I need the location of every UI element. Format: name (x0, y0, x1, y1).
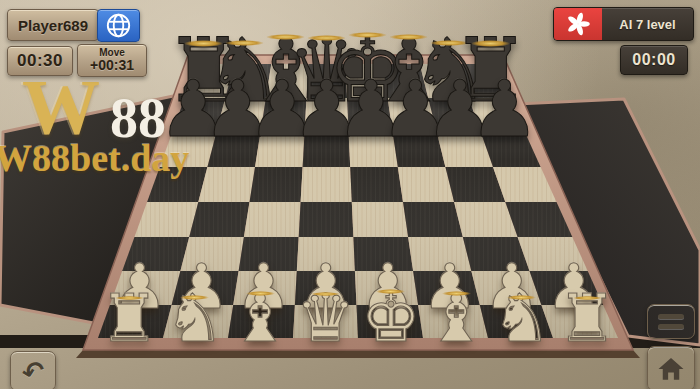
piece-white-knight[interactable]: ♞ (162, 286, 228, 352)
menu-button[interactable] (647, 304, 695, 339)
ai-player-plaque: AI 7 level (553, 7, 694, 41)
player-name-plaque: Player689 (7, 9, 99, 41)
undo-arrow-icon: ↶ (19, 353, 48, 388)
piece-white-rook[interactable]: ♜ (554, 286, 620, 352)
menu-icon (658, 324, 684, 329)
home-button[interactable] (647, 346, 695, 389)
piece-white-bishop[interactable]: ♝ (227, 286, 293, 352)
piece-white-bishop[interactable]: ♝ (423, 286, 489, 352)
white-clock-value: 00:30 (17, 51, 63, 71)
black-clock-value: 00:00 (632, 51, 675, 69)
player-name: Player689 (18, 17, 88, 34)
hong-kong-flag (554, 8, 602, 40)
move-bonus-plaque: Move +00:31 (77, 44, 147, 77)
home-icon (656, 354, 686, 384)
piece-black-pawn[interactable]: ♟ (465, 70, 543, 148)
piece-white-knight[interactable]: ♞ (489, 286, 555, 352)
piece-white-king[interactable]: ♚ (358, 286, 424, 352)
undo-button[interactable]: ↶ (10, 351, 56, 389)
white-clock: 00:30 (7, 46, 73, 76)
piece-white-queen[interactable]: ♛ (293, 286, 359, 352)
menu-icon (658, 314, 684, 319)
piece-white-rook[interactable]: ♜ (96, 286, 162, 352)
black-clock: 00:00 (620, 45, 688, 75)
ai-level-label: AI 7 level (602, 17, 693, 32)
bauhinia-flower-icon (565, 11, 591, 37)
move-bonus-value: +00:31 (90, 58, 134, 73)
globe-button[interactable] (97, 9, 140, 42)
globe-icon (105, 12, 132, 39)
